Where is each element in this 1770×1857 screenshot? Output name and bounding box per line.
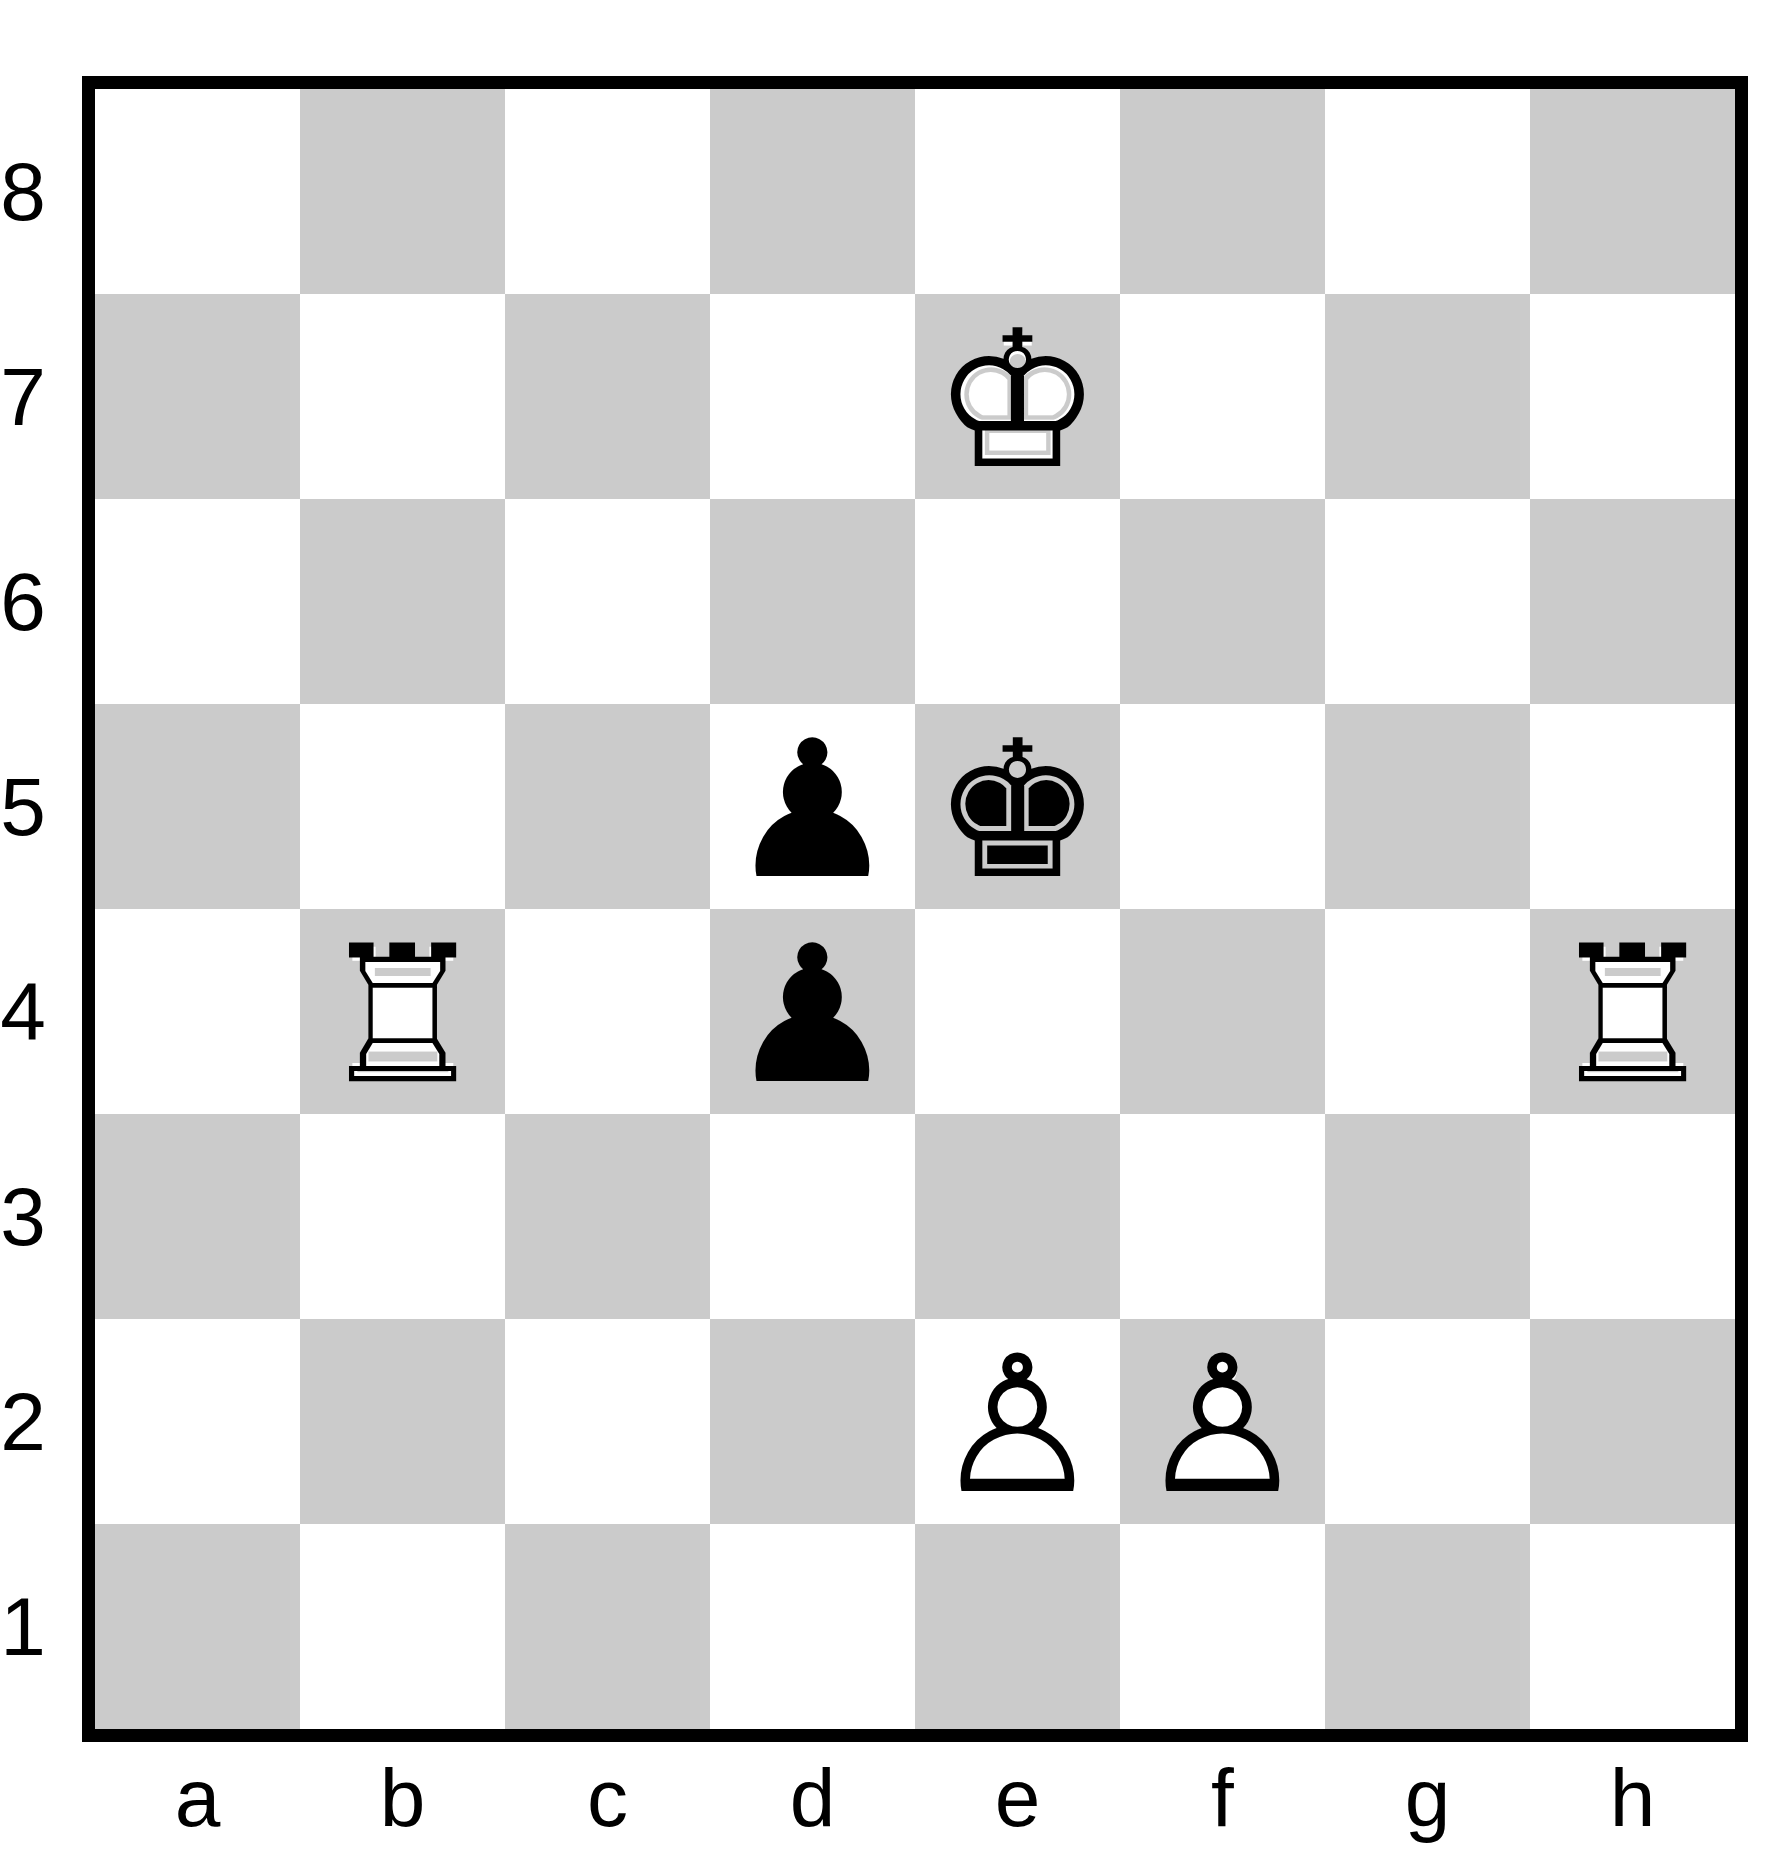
square-a6[interactable] <box>95 499 300 704</box>
file-label-a: a <box>95 1743 300 1853</box>
square-d6[interactable] <box>710 499 915 704</box>
square-a7[interactable] <box>95 294 300 499</box>
square-d5[interactable]: ♟ <box>710 704 915 909</box>
square-c3[interactable] <box>505 1114 710 1319</box>
square-e1[interactable] <box>915 1524 1120 1729</box>
square-h7[interactable] <box>1530 294 1735 499</box>
square-b1[interactable] <box>300 1524 505 1729</box>
square-d1[interactable] <box>710 1524 915 1729</box>
square-c2[interactable] <box>505 1319 710 1524</box>
file-label-f: f <box>1120 1743 1325 1853</box>
rank-label-2: 2 <box>0 1319 46 1524</box>
black-pawn-piece: ♟ <box>710 708 915 913</box>
square-g8[interactable] <box>1325 89 1530 294</box>
square-h5[interactable] <box>1530 704 1735 909</box>
square-d4[interactable]: ♟ <box>710 909 915 1114</box>
file-label-d: d <box>710 1743 915 1853</box>
square-b2[interactable] <box>300 1319 505 1524</box>
chess-diagram: ♚♔♟♚♜♖♟♜♖♟♙♟♙ 87654321 abcdefgh <box>0 0 1770 1857</box>
file-label-g: g <box>1325 1743 1530 1853</box>
square-d8[interactable] <box>710 89 915 294</box>
square-b7[interactable] <box>300 294 505 499</box>
square-a4[interactable] <box>95 909 300 1114</box>
white-rook-piece: ♖ <box>1530 913 1735 1118</box>
black-king-piece: ♚ <box>915 708 1120 913</box>
square-a2[interactable] <box>95 1319 300 1524</box>
square-e7[interactable]: ♚♔ <box>915 294 1120 499</box>
square-f3[interactable] <box>1120 1114 1325 1319</box>
square-f1[interactable] <box>1120 1524 1325 1729</box>
square-g2[interactable] <box>1325 1319 1530 1524</box>
square-g4[interactable] <box>1325 909 1530 1114</box>
white-pawn-piece: ♙ <box>1120 1323 1325 1528</box>
white-rook-piece: ♖ <box>300 913 505 1118</box>
square-f6[interactable] <box>1120 499 1325 704</box>
square-h1[interactable] <box>1530 1524 1735 1729</box>
square-f2[interactable]: ♟♙ <box>1120 1319 1325 1524</box>
square-a3[interactable] <box>95 1114 300 1319</box>
chess-board: ♚♔♟♚♜♖♟♜♖♟♙♟♙ <box>82 76 1748 1742</box>
rank-label-4: 4 <box>0 909 46 1114</box>
square-b8[interactable] <box>300 89 505 294</box>
square-a5[interactable] <box>95 704 300 909</box>
square-c6[interactable] <box>505 499 710 704</box>
square-c5[interactable] <box>505 704 710 909</box>
square-e6[interactable] <box>915 499 1120 704</box>
square-d3[interactable] <box>710 1114 915 1319</box>
square-e4[interactable] <box>915 909 1120 1114</box>
square-b4[interactable]: ♜♖ <box>300 909 505 1114</box>
square-g7[interactable] <box>1325 294 1530 499</box>
file-label-b: b <box>300 1743 505 1853</box>
square-b3[interactable] <box>300 1114 505 1319</box>
square-b6[interactable] <box>300 499 505 704</box>
black-pawn-piece: ♟ <box>710 913 915 1118</box>
square-h2[interactable] <box>1530 1319 1735 1524</box>
rank-label-1: 1 <box>0 1524 46 1729</box>
file-label-c: c <box>505 1743 710 1853</box>
square-b5[interactable] <box>300 704 505 909</box>
square-f5[interactable] <box>1120 704 1325 909</box>
square-f7[interactable] <box>1120 294 1325 499</box>
square-e5[interactable]: ♚ <box>915 704 1120 909</box>
rank-label-7: 7 <box>0 294 46 499</box>
square-g5[interactable] <box>1325 704 1530 909</box>
square-d2[interactable] <box>710 1319 915 1524</box>
square-d7[interactable] <box>710 294 915 499</box>
rank-label-6: 6 <box>0 499 46 704</box>
square-a1[interactable] <box>95 1524 300 1729</box>
rank-label-8: 8 <box>0 89 46 294</box>
square-c4[interactable] <box>505 909 710 1114</box>
square-e2[interactable]: ♟♙ <box>915 1319 1120 1524</box>
square-f8[interactable] <box>1120 89 1325 294</box>
file-label-e: e <box>915 1743 1120 1853</box>
square-c7[interactable] <box>505 294 710 499</box>
file-label-h: h <box>1530 1743 1735 1853</box>
white-king-piece: ♔ <box>915 298 1120 503</box>
rank-label-3: 3 <box>0 1114 46 1319</box>
square-e8[interactable] <box>915 89 1120 294</box>
white-pawn-piece: ♙ <box>915 1323 1120 1528</box>
square-c1[interactable] <box>505 1524 710 1729</box>
square-e3[interactable] <box>915 1114 1120 1319</box>
square-h6[interactable] <box>1530 499 1735 704</box>
square-h8[interactable] <box>1530 89 1735 294</box>
square-f4[interactable] <box>1120 909 1325 1114</box>
square-g6[interactable] <box>1325 499 1530 704</box>
rank-label-5: 5 <box>0 704 46 909</box>
square-a8[interactable] <box>95 89 300 294</box>
square-g3[interactable] <box>1325 1114 1530 1319</box>
square-h3[interactable] <box>1530 1114 1735 1319</box>
square-g1[interactable] <box>1325 1524 1530 1729</box>
square-c8[interactable] <box>505 89 710 294</box>
square-h4[interactable]: ♜♖ <box>1530 909 1735 1114</box>
